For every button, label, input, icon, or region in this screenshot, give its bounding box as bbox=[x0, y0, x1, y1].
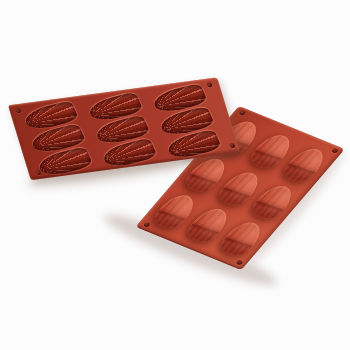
corner-hole bbox=[228, 143, 234, 148]
corner-hole bbox=[35, 170, 41, 175]
product-photo-scene bbox=[0, 0, 350, 350]
corner-hole bbox=[331, 147, 339, 153]
corner-hole bbox=[235, 259, 243, 265]
corner-hole bbox=[238, 110, 246, 116]
corner-hole bbox=[206, 82, 212, 87]
corner-hole bbox=[14, 107, 20, 112]
corner-hole bbox=[143, 221, 151, 227]
